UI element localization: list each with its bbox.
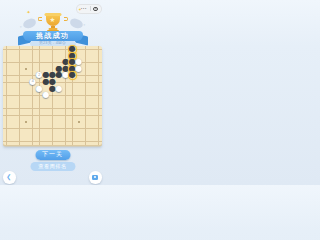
left-wing-icon: [22, 18, 37, 30]
replay-video-button[interactable]: [89, 171, 102, 184]
white-stone: ●4: [29, 79, 36, 86]
capsule-divider: [90, 6, 91, 11]
white-stone: ●: [76, 66, 83, 73]
star-point: [25, 121, 27, 123]
star-point: [78, 121, 80, 123]
view-ranking-button[interactable]: 查看周排名: [30, 162, 75, 172]
sparkle-icon: ✦: [83, 24, 86, 27]
capsule-exit-icon[interactable]: [93, 7, 97, 11]
view-ranking-label: 查看周排名: [38, 163, 66, 170]
move-number-label: 4: [29, 81, 36, 85]
black-stone-winning: ●: [69, 72, 76, 79]
challenge-success-screen: { "game": "gomoku", "window": { "capsule…: [0, 0, 105, 185]
star-point: [25, 68, 27, 70]
banner-title: 挑战成功: [36, 32, 69, 39]
sparkle-icon: ✦: [27, 10, 31, 15]
sparkle-icon: ✦: [20, 26, 23, 29]
share-back-button[interactable]: ❮: [3, 171, 16, 184]
trophy-cup: ★: [46, 16, 60, 26]
star-icon: ★: [50, 16, 56, 23]
chevron-left-icon: ❮: [6, 174, 11, 180]
trophy-handle: [64, 17, 68, 22]
white-stone: ●: [56, 86, 63, 93]
next-level-button[interactable]: 下一关: [35, 150, 70, 161]
white-stone: ●: [43, 92, 50, 99]
right-wing-icon: [69, 18, 84, 30]
next-level-label: 下一关: [42, 150, 63, 159]
sparkle-icon: ✦: [78, 8, 81, 12]
star-point: [52, 95, 54, 97]
trophy-handle: [38, 17, 42, 22]
video-camera-icon: [92, 175, 98, 180]
gomoku-board[interactable]: ●●●●●●●●●●2●●●●●●4●●●●●●: [3, 46, 102, 145]
ribbon-band: 挑战成功: [23, 31, 83, 41]
